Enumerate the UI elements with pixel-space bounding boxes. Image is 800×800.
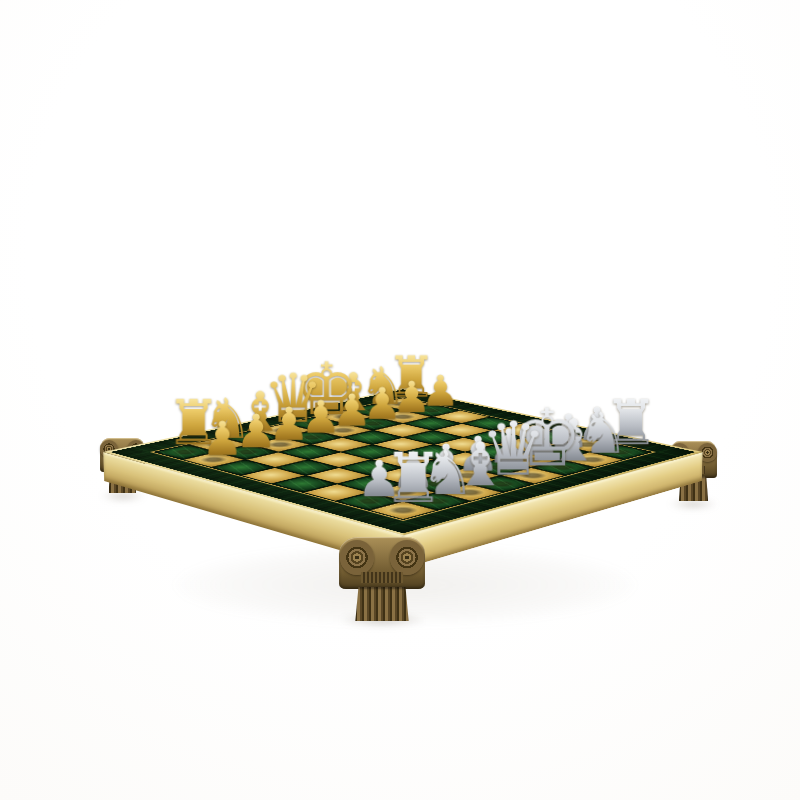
volute-scroll-icon [390, 540, 424, 574]
chess-board: ♜♞♝♛♚♝♞♜♟♟♟♟♟♟♟♟♟♟♟♟♟♟♟♟♜♞♝♛♚♝♞♜ [103, 388, 703, 536]
board-foot-front [339, 537, 425, 621]
square-a1: ♜ [370, 502, 436, 520]
piece-silver-rook-a1: ♜ [380, 444, 447, 513]
piece-gold-pawn-a7: ♟ [192, 415, 253, 462]
product-photo-scene: ♜♞♝♛♚♝♞♜♟♟♟♟♟♟♟♟♟♟♟♟♟♟♟♟♜♞♝♛♚♝♞♜ [0, 0, 800, 800]
foot-flutes [355, 587, 408, 621]
foot-band [361, 572, 402, 583]
volute-scroll-icon [340, 540, 374, 574]
perspective-container: ♜♞♝♛♚♝♞♜♟♟♟♟♟♟♟♟♟♟♟♟♟♟♟♟♜♞♝♛♚♝♞♜ [0, 0, 800, 800]
